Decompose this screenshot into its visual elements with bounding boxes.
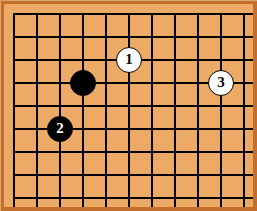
stone-label: 1 — [125, 52, 133, 67]
grid-line-vertical — [36, 13, 38, 207]
board-edge-line-top — [13, 13, 253, 15]
go-diagram: 123 — [0, 0, 257, 211]
grid-line-horizontal — [13, 151, 253, 153]
grid-line-horizontal — [13, 197, 253, 199]
stone-black-unnumbered — [70, 70, 96, 96]
grid-line-vertical — [220, 13, 222, 207]
board-edge-line-left — [13, 13, 15, 207]
grid-line-vertical — [197, 13, 199, 207]
stone-black-2: 2 — [47, 116, 73, 142]
grid-line-vertical — [174, 13, 176, 207]
stone-white-1: 1 — [116, 47, 142, 73]
grid-line-vertical — [105, 13, 107, 207]
grid-line-vertical — [82, 13, 84, 207]
grid-line-vertical — [59, 13, 61, 207]
grid-line-vertical — [151, 13, 153, 207]
stone-white-3: 3 — [208, 70, 234, 96]
stone-label: 3 — [217, 75, 225, 90]
grid-line-vertical — [243, 13, 245, 207]
board-frame: 123 — [0, 0, 257, 211]
go-board: 123 — [4, 4, 253, 207]
grid-line-horizontal — [13, 36, 253, 38]
grid-line-horizontal — [13, 105, 253, 107]
grid-line-vertical — [128, 13, 130, 207]
grid-line-horizontal — [13, 174, 253, 176]
stone-label: 2 — [56, 121, 64, 136]
